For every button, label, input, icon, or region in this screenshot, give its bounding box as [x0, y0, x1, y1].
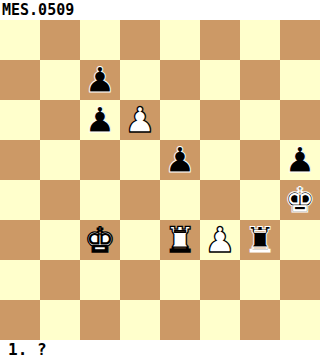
black-pawn[interactable]: ♟	[84, 100, 115, 140]
square-a4[interactable]	[0, 180, 40, 220]
black-pawn[interactable]: ♟	[84, 60, 115, 100]
square-f3[interactable]: ♟	[200, 220, 240, 260]
square-d1[interactable]	[120, 300, 160, 340]
square-f6[interactable]	[200, 100, 240, 140]
square-f2[interactable]	[200, 260, 240, 300]
square-b3[interactable]	[40, 220, 80, 260]
square-h6[interactable]	[280, 100, 320, 140]
square-e6[interactable]	[160, 100, 200, 140]
square-b8[interactable]	[40, 20, 80, 60]
square-e4[interactable]	[160, 180, 200, 220]
square-b1[interactable]	[40, 300, 80, 340]
square-c3[interactable]: ♚	[80, 220, 120, 260]
square-c1[interactable]	[80, 300, 120, 340]
square-e3[interactable]: ♜	[160, 220, 200, 260]
square-f8[interactable]	[200, 20, 240, 60]
square-d8[interactable]	[120, 20, 160, 60]
chess-board: ♟♟♟♟♟♚♚♜♟♜	[0, 20, 320, 340]
square-f4[interactable]	[200, 180, 240, 220]
square-c8[interactable]	[80, 20, 120, 60]
white-pawn[interactable]: ♟	[124, 100, 155, 140]
square-d4[interactable]	[120, 180, 160, 220]
square-g6[interactable]	[240, 100, 280, 140]
square-g2[interactable]	[240, 260, 280, 300]
black-rook[interactable]: ♜	[244, 220, 275, 260]
black-pawn[interactable]: ♟	[284, 140, 315, 180]
square-a2[interactable]	[0, 260, 40, 300]
square-e5[interactable]: ♟	[160, 140, 200, 180]
square-c7[interactable]: ♟	[80, 60, 120, 100]
square-c6[interactable]: ♟	[80, 100, 120, 140]
square-d2[interactable]	[120, 260, 160, 300]
square-b5[interactable]	[40, 140, 80, 180]
square-h2[interactable]	[280, 260, 320, 300]
square-f1[interactable]	[200, 300, 240, 340]
square-h3[interactable]	[280, 220, 320, 260]
black-king[interactable]: ♚	[284, 180, 315, 220]
white-rook[interactable]: ♜	[164, 220, 195, 260]
square-f7[interactable]	[200, 60, 240, 100]
square-c2[interactable]	[80, 260, 120, 300]
square-g1[interactable]	[240, 300, 280, 340]
square-a7[interactable]	[0, 60, 40, 100]
square-h5[interactable]: ♟	[280, 140, 320, 180]
square-a6[interactable]	[0, 100, 40, 140]
square-b4[interactable]	[40, 180, 80, 220]
square-e2[interactable]	[160, 260, 200, 300]
square-h1[interactable]	[280, 300, 320, 340]
square-g5[interactable]	[240, 140, 280, 180]
puzzle-title: MES.0509	[0, 0, 320, 20]
square-c5[interactable]	[80, 140, 120, 180]
square-a5[interactable]	[0, 140, 40, 180]
square-g3[interactable]: ♜	[240, 220, 280, 260]
square-h8[interactable]	[280, 20, 320, 60]
square-a1[interactable]	[0, 300, 40, 340]
square-h4[interactable]: ♚	[280, 180, 320, 220]
square-d3[interactable]	[120, 220, 160, 260]
square-a8[interactable]	[0, 20, 40, 60]
square-d5[interactable]	[120, 140, 160, 180]
square-h7[interactable]	[280, 60, 320, 100]
white-pawn[interactable]: ♟	[204, 220, 235, 260]
square-e7[interactable]	[160, 60, 200, 100]
square-b7[interactable]	[40, 60, 80, 100]
white-king[interactable]: ♚	[84, 220, 115, 260]
square-g8[interactable]	[240, 20, 280, 60]
square-d7[interactable]	[120, 60, 160, 100]
square-g7[interactable]	[240, 60, 280, 100]
square-a3[interactable]	[0, 220, 40, 260]
square-f5[interactable]	[200, 140, 240, 180]
chess-puzzle-diagram: MES.0509 ♟♟♟♟♟♚♚♜♟♜ 1. ?	[0, 0, 320, 360]
square-b6[interactable]	[40, 100, 80, 140]
move-prompt: 1. ?	[0, 340, 320, 360]
square-c4[interactable]	[80, 180, 120, 220]
square-e8[interactable]	[160, 20, 200, 60]
square-b2[interactable]	[40, 260, 80, 300]
square-e1[interactable]	[160, 300, 200, 340]
square-d6[interactable]: ♟	[120, 100, 160, 140]
black-pawn[interactable]: ♟	[164, 140, 195, 180]
square-g4[interactable]	[240, 180, 280, 220]
